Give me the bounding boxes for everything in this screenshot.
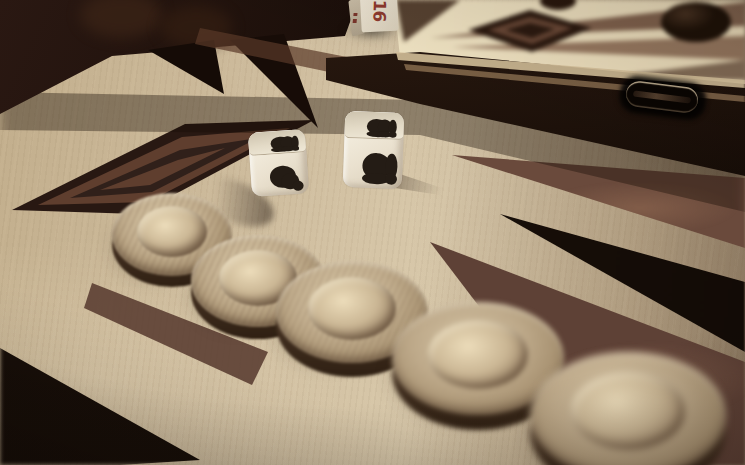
checker-dish: [308, 277, 396, 340]
backgammon-board-photo: 16: [0, 0, 745, 465]
wooden-checker[interactable]: [530, 352, 726, 465]
checkers-layer: [0, 0, 745, 465]
checker-dish: [428, 320, 528, 389]
checker-dish: [571, 372, 685, 450]
